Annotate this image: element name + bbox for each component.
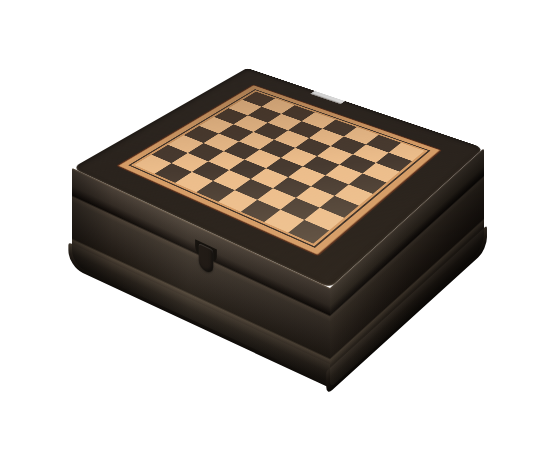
finger-notch (310, 90, 346, 104)
product-photo-chess-box (0, 0, 550, 450)
